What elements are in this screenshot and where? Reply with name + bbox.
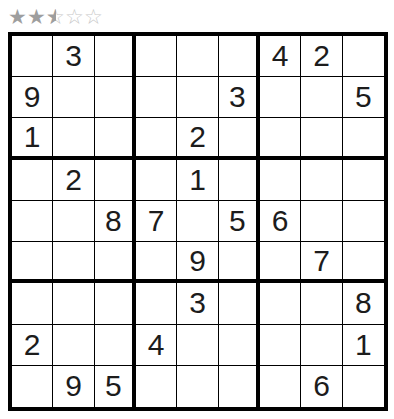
cell-r9c9[interactable] bbox=[343, 366, 384, 407]
star-full-icon: ★ bbox=[8, 7, 27, 27]
cell-r9c5[interactable] bbox=[177, 366, 218, 407]
cell-r7c7[interactable] bbox=[260, 283, 301, 324]
cell-r3c6[interactable] bbox=[219, 118, 260, 159]
cell-r7c2[interactable] bbox=[53, 283, 94, 324]
cell-r5c1[interactable] bbox=[12, 201, 53, 242]
cell-r8c7[interactable] bbox=[260, 325, 301, 366]
cell-r3c7[interactable] bbox=[260, 118, 301, 159]
cell-r1c1[interactable] bbox=[12, 36, 53, 77]
cell-r2c6[interactable]: 3 bbox=[219, 77, 260, 118]
cell-r7c1[interactable] bbox=[12, 283, 53, 324]
cell-r2c8[interactable] bbox=[301, 77, 342, 118]
cell-r4c7[interactable] bbox=[260, 160, 301, 201]
cell-r3c9[interactable] bbox=[343, 118, 384, 159]
cell-r7c9[interactable]: 8 bbox=[343, 283, 384, 324]
cell-r4c2[interactable]: 2 bbox=[53, 160, 94, 201]
cell-r4c8[interactable] bbox=[301, 160, 342, 201]
cell-r1c5[interactable] bbox=[177, 36, 218, 77]
cell-r6c8[interactable]: 7 bbox=[301, 242, 342, 283]
cell-r5c7[interactable]: 6 bbox=[260, 201, 301, 242]
cell-r3c2[interactable] bbox=[53, 118, 94, 159]
cell-r1c7[interactable]: 4 bbox=[260, 36, 301, 77]
star-full-icon: ★ bbox=[27, 7, 46, 27]
cell-r5c4[interactable]: 7 bbox=[136, 201, 177, 242]
star-empty-icon: ☆ bbox=[84, 7, 103, 27]
cell-r1c6[interactable] bbox=[219, 36, 260, 77]
cell-r9c7[interactable] bbox=[260, 366, 301, 407]
cell-r2c9[interactable]: 5 bbox=[343, 77, 384, 118]
cell-r8c6[interactable] bbox=[219, 325, 260, 366]
cell-r5c2[interactable] bbox=[53, 201, 94, 242]
cell-r2c5[interactable] bbox=[177, 77, 218, 118]
cell-r9c8[interactable]: 6 bbox=[301, 366, 342, 407]
cell-r9c2[interactable]: 9 bbox=[53, 366, 94, 407]
cell-r3c1[interactable]: 1 bbox=[12, 118, 53, 159]
cell-r5c9[interactable] bbox=[343, 201, 384, 242]
cell-r8c8[interactable] bbox=[301, 325, 342, 366]
cell-r9c1[interactable] bbox=[12, 366, 53, 407]
cell-r6c7[interactable] bbox=[260, 242, 301, 283]
cell-r3c5[interactable]: 2 bbox=[177, 118, 218, 159]
cell-r6c2[interactable] bbox=[53, 242, 94, 283]
half-star-overlay: ★ bbox=[46, 7, 56, 27]
cell-r4c4[interactable] bbox=[136, 160, 177, 201]
cell-r3c3[interactable] bbox=[95, 118, 136, 159]
cell-r4c9[interactable] bbox=[343, 160, 384, 201]
cell-r6c4[interactable] bbox=[136, 242, 177, 283]
cell-r1c2[interactable]: 3 bbox=[53, 36, 94, 77]
cell-r7c3[interactable] bbox=[95, 283, 136, 324]
cell-r6c1[interactable] bbox=[12, 242, 53, 283]
cell-r6c6[interactable] bbox=[219, 242, 260, 283]
cell-r2c1[interactable]: 9 bbox=[12, 77, 53, 118]
cell-r9c6[interactable] bbox=[219, 366, 260, 407]
cell-r5c6[interactable]: 5 bbox=[219, 201, 260, 242]
cell-r2c4[interactable] bbox=[136, 77, 177, 118]
cell-r4c5[interactable]: 1 bbox=[177, 160, 218, 201]
cell-r1c9[interactable] bbox=[343, 36, 384, 77]
cell-r6c5[interactable]: 9 bbox=[177, 242, 218, 283]
cell-r8c9[interactable]: 1 bbox=[343, 325, 384, 366]
cell-r3c8[interactable] bbox=[301, 118, 342, 159]
cell-r2c3[interactable] bbox=[95, 77, 136, 118]
cell-r4c1[interactable] bbox=[12, 160, 53, 201]
cell-r3c4[interactable] bbox=[136, 118, 177, 159]
cell-r5c3[interactable]: 8 bbox=[95, 201, 136, 242]
cell-r7c5[interactable]: 3 bbox=[177, 283, 218, 324]
cell-r9c3[interactable]: 5 bbox=[95, 366, 136, 407]
cell-r8c5[interactable] bbox=[177, 325, 218, 366]
cell-r8c4[interactable]: 4 bbox=[136, 325, 177, 366]
cell-r1c3[interactable] bbox=[95, 36, 136, 77]
cell-r7c4[interactable] bbox=[136, 283, 177, 324]
difficulty-rating: ★★☆★☆☆ bbox=[8, 6, 388, 27]
cell-r5c5[interactable] bbox=[177, 201, 218, 242]
cell-r9c4[interactable] bbox=[136, 366, 177, 407]
sudoku-page: ★★☆★☆☆ 342935122187569738241956 bbox=[0, 0, 394, 411]
sudoku-board: 342935122187569738241956 bbox=[8, 32, 388, 411]
star-half-icon: ☆★ bbox=[46, 7, 65, 27]
cell-r2c7[interactable] bbox=[260, 77, 301, 118]
cell-r4c3[interactable] bbox=[95, 160, 136, 201]
cell-r8c2[interactable] bbox=[53, 325, 94, 366]
cell-r5c8[interactable] bbox=[301, 201, 342, 242]
star-empty-icon: ☆ bbox=[65, 7, 84, 27]
cell-r7c6[interactable] bbox=[219, 283, 260, 324]
cell-r7c8[interactable] bbox=[301, 283, 342, 324]
cell-r6c9[interactable] bbox=[343, 242, 384, 283]
cell-r1c8[interactable]: 2 bbox=[301, 36, 342, 77]
cell-r1c4[interactable] bbox=[136, 36, 177, 77]
cell-r8c3[interactable] bbox=[95, 325, 136, 366]
cell-r2c2[interactable] bbox=[53, 77, 94, 118]
cell-r4c6[interactable] bbox=[219, 160, 260, 201]
cell-r8c1[interactable]: 2 bbox=[12, 325, 53, 366]
cell-r6c3[interactable] bbox=[95, 242, 136, 283]
